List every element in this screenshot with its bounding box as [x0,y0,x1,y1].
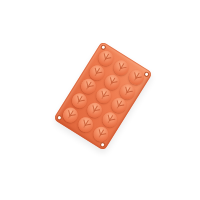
corner-hole [145,72,149,76]
corner-hole [101,143,105,147]
photo-background [0,0,200,200]
silicone-mold [53,41,153,151]
cavity-grid [58,46,148,146]
